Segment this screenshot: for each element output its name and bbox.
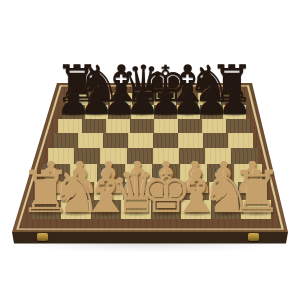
piece-black-pawn-h7[interactable]: ♟ [218, 82, 252, 120]
chess-set-photo: ♜♞♝♛♚♝♞♜♟♟♟♟♟♟♟♟♟♟♟♟♟♟♟♟♜♞♝♛♚♝♞♜ [0, 0, 300, 300]
piece-white-rook-h1[interactable]: ♜ [231, 163, 283, 221]
pieces-layer: ♜♞♝♛♚♝♞♜♟♟♟♟♟♟♟♟♟♟♟♟♟♟♟♟♜♞♝♛♚♝♞♜ [0, 0, 300, 300]
